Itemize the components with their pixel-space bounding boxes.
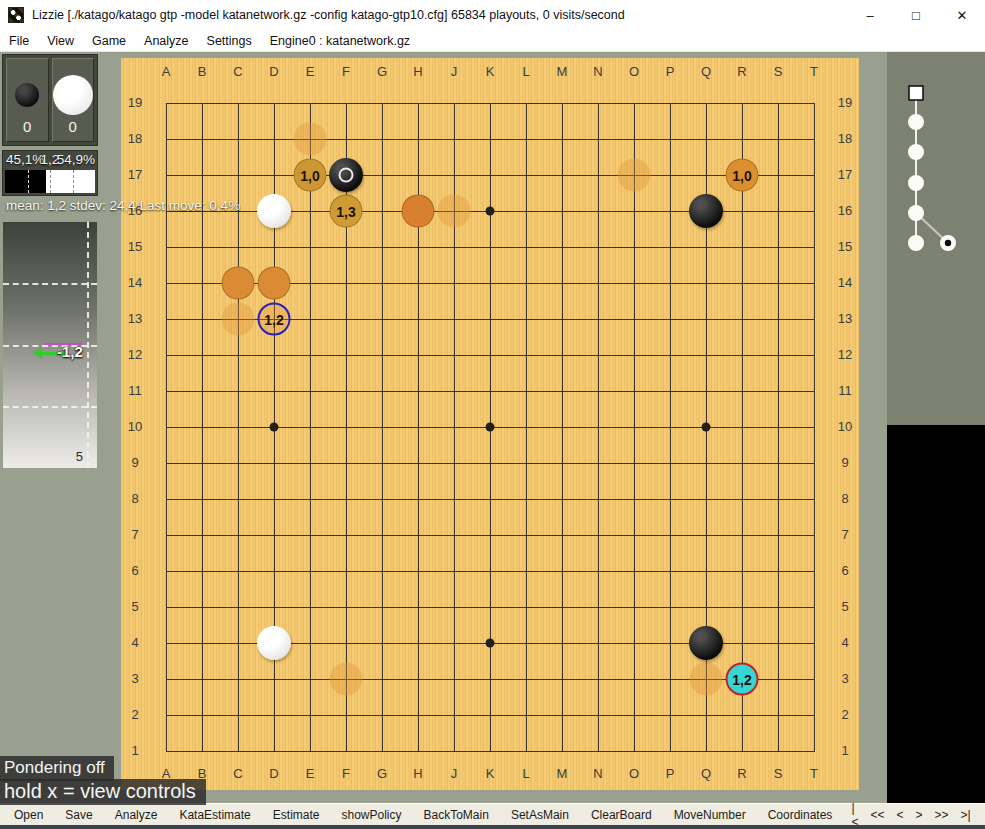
variation-tree-panel[interactable] [887, 52, 985, 425]
menu-engine0[interactable]: Engine0 : katanetwork.gz [261, 30, 419, 52]
coord-label-top: E [296, 64, 324, 80]
coord-label-right: 8 [831, 491, 859, 507]
variation-tree[interactable] [887, 52, 985, 425]
graph-gridline [3, 283, 97, 285]
kataestimate-button[interactable]: KataEstimate [170, 805, 259, 825]
star-point [486, 423, 495, 432]
coord-label-top: N [584, 64, 612, 80]
coord-label-left: 14 [121, 275, 149, 291]
pondering-status: Pondering off [0, 756, 114, 781]
window-title: Lizzie [./katago/katago gtp -model katan… [32, 8, 625, 22]
save-button[interactable]: Save [56, 805, 101, 825]
coord-label-top: B [188, 64, 216, 80]
last-move-marker [339, 168, 354, 183]
coord-label-right: 12 [831, 347, 859, 363]
coord-label-right: 10 [831, 419, 859, 435]
coord-label-top: K [476, 64, 504, 80]
coord-label-left: 11 [121, 383, 149, 399]
coord-label-bottom: L [512, 766, 540, 782]
suggestion-solid[interactable] [222, 267, 255, 300]
graph-x-label: 5 [76, 449, 83, 464]
suggestion-solid[interactable] [402, 195, 435, 228]
coord-label-left: 7 [121, 527, 149, 543]
coord-label-right: 16 [831, 203, 859, 219]
coord-label-bottom: T [800, 766, 828, 782]
nav-last-button[interactable]: >| [954, 805, 976, 825]
coord-label-right: 3 [831, 671, 859, 687]
white-captures: 0 [52, 58, 95, 142]
coord-label-bottom: C [224, 766, 252, 782]
coord-label-right: 19 [831, 95, 859, 111]
coord-label-right: 4 [831, 635, 859, 651]
coord-label-bottom: J [440, 766, 468, 782]
suggestion-faint[interactable] [222, 303, 255, 336]
nav-forward10-button[interactable]: >> [928, 805, 954, 825]
winrate-bar-black [5, 170, 46, 193]
coord-label-top: F [332, 64, 360, 80]
coord-label-bottom: O [620, 766, 648, 782]
coord-label-left: 10 [121, 419, 149, 435]
tree-current-node-dot [945, 240, 951, 246]
menu-view[interactable]: View [38, 30, 83, 52]
coordinates-button[interactable]: Coordinates [759, 805, 842, 825]
black-stone[interactable] [689, 194, 723, 228]
black-stone[interactable] [689, 626, 723, 660]
coord-label-left: 3 [121, 671, 149, 687]
coord-label-top: T [800, 64, 828, 80]
coord-label-top: L [512, 64, 540, 80]
coord-label-bottom: F [332, 766, 360, 782]
suggestion-faint[interactable] [690, 663, 723, 696]
main-area: 0 0 45,1% 1,2 54,9% mean: 1,2 stdev: 24,… [0, 52, 985, 803]
coord-label-bottom: H [404, 766, 432, 782]
tree-move-node[interactable] [908, 144, 924, 160]
menu-analyze[interactable]: Analyze [135, 30, 197, 52]
coord-label-top: D [260, 64, 288, 80]
app-icon [8, 7, 24, 23]
coord-label-left: 17 [121, 167, 149, 183]
backtomain-button[interactable]: BackToMain [415, 805, 498, 825]
coord-label-right: 13 [831, 311, 859, 327]
coord-label-right: 2 [831, 707, 859, 723]
tree-root-node[interactable] [909, 86, 923, 100]
black-captures: 0 [6, 58, 49, 142]
suggestion-solid[interactable]: 1,3 [330, 195, 363, 228]
graph-score-label: -1,2 [57, 343, 83, 360]
coord-label-top: M [548, 64, 576, 80]
coord-label-left: 4 [121, 635, 149, 651]
minimize-icon[interactable]: – [847, 0, 893, 30]
clearboard-button[interactable]: ClearBoard [582, 805, 661, 825]
analyze-button[interactable]: Analyze [106, 805, 167, 825]
black-capture-count: 0 [7, 118, 48, 135]
tree-move-node[interactable] [908, 114, 924, 130]
menu-file[interactable]: File [0, 30, 38, 52]
winrate-graph[interactable]: -1,2 5 [3, 222, 97, 468]
coord-label-right: 1 [831, 743, 859, 759]
suggestion-faint[interactable] [618, 159, 651, 192]
nav-back-button[interactable]: < [890, 805, 909, 825]
graph-gridline [3, 406, 97, 408]
suggestion-label: 1,0 [300, 167, 319, 183]
nav-forward-button[interactable]: > [909, 805, 928, 825]
suggestion-best[interactable]: 1,2 [726, 663, 759, 696]
setasmain-button[interactable]: SetAsMain [502, 805, 578, 825]
star-point [486, 207, 495, 216]
nav-first-button[interactable]: |< [845, 805, 864, 825]
go-board[interactable]: AABBCCDDEEFFGGHHJJKKLLMMNNOOPPQQRRSSTT19… [121, 58, 859, 790]
suggestion-label: 1,2 [732, 671, 751, 687]
coord-label-right: 14 [831, 275, 859, 291]
suggestion-label: 1,0 [732, 167, 751, 183]
close-icon[interactable]: ✕ [939, 0, 985, 30]
graph-score-marker: -1,2 [49, 343, 95, 363]
suggestion-solid[interactable]: 1,0 [294, 159, 327, 192]
winrate-panel: 45,1% 1,2 54,9% [2, 150, 98, 196]
coord-label-bottom: S [764, 766, 792, 782]
star-point [270, 423, 279, 432]
winrate-tick [73, 170, 74, 193]
coord-label-left: 8 [121, 491, 149, 507]
star-point [486, 639, 495, 648]
coord-label-top: Q [692, 64, 720, 80]
coord-label-top: C [224, 64, 252, 80]
estimate-button[interactable]: Estimate [264, 805, 329, 825]
menu-settings[interactable]: Settings [198, 30, 261, 52]
coord-label-bottom: K [476, 766, 504, 782]
coord-label-bottom: P [656, 766, 684, 782]
coord-label-right: 9 [831, 455, 859, 471]
suggestion-ring[interactable]: 1,2 [258, 303, 291, 336]
coord-label-left: 13 [121, 311, 149, 327]
white-capture-count: 0 [53, 118, 94, 135]
coord-label-bottom: G [368, 766, 396, 782]
coord-label-left: 6 [121, 563, 149, 579]
coord-label-left: 5 [121, 599, 149, 615]
black-stone-icon [15, 83, 39, 107]
suggestion-faint[interactable] [438, 195, 471, 228]
suggestion-label: 1,2 [264, 311, 283, 327]
coord-label-bottom: N [584, 766, 612, 782]
movenumber-button[interactable]: MoveNumber [665, 805, 755, 825]
open-button[interactable]: Open [5, 805, 52, 825]
nav-back10-button[interactable]: << [864, 805, 890, 825]
white-stone[interactable] [257, 194, 291, 228]
coord-label-left: 19 [121, 95, 149, 111]
suggestion-label: 1,3 [336, 203, 355, 219]
captures-panel: 0 0 [2, 54, 98, 146]
coord-label-top: S [764, 64, 792, 80]
menu-game[interactable]: Game [83, 30, 135, 52]
coord-label-left: 12 [121, 347, 149, 363]
tree-move-node[interactable] [908, 235, 924, 251]
coord-label-top: A [152, 64, 180, 80]
coord-label-left: 1 [121, 743, 149, 759]
coord-label-bottom: Q [692, 766, 720, 782]
controls-hint: hold x = view controls [0, 779, 206, 805]
white-stone[interactable] [257, 626, 291, 660]
window-bottom-edge [0, 825, 985, 829]
suggestion-faint[interactable] [330, 663, 363, 696]
comment-panel [887, 425, 985, 803]
coord-label-top: P [656, 64, 684, 80]
winrate-text: 45,1% 1,2 54,9% [3, 151, 97, 169]
winrate-bar [5, 170, 95, 193]
lizzie-window: Lizzie [./katago/katago gtp -model katan… [0, 0, 985, 829]
suggestion-solid[interactable] [258, 267, 291, 300]
coord-label-right: 6 [831, 563, 859, 579]
black-stone[interactable] [329, 158, 363, 192]
coord-label-left: 9 [121, 455, 149, 471]
coord-label-left: 18 [121, 131, 149, 147]
coord-label-right: 15 [831, 239, 859, 255]
maximize-icon[interactable]: □ [893, 0, 939, 30]
coord-label-right: 7 [831, 527, 859, 543]
window-controls: – □ ✕ [847, 0, 985, 30]
coord-label-right: 17 [831, 167, 859, 183]
tree-move-node[interactable] [908, 175, 924, 191]
title-bar: Lizzie [./katago/katago gtp -model katan… [0, 0, 985, 30]
coord-label-right: 5 [831, 599, 859, 615]
coord-label-right: 11 [831, 383, 859, 399]
coord-label-top: G [368, 64, 396, 80]
coord-label-bottom: R [728, 766, 756, 782]
coord-label-bottom: D [260, 766, 288, 782]
suggestion-solid[interactable]: 1,0 [726, 159, 759, 192]
tree-move-node[interactable] [908, 205, 924, 221]
coord-label-top: R [728, 64, 756, 80]
winrate-tick [28, 170, 29, 193]
coord-label-left: 15 [121, 239, 149, 255]
suggestion-faint[interactable] [294, 123, 327, 156]
bottom-toolbar: OpenSaveAnalyzeKataEstimateEstimateshowP… [0, 803, 985, 825]
black-winrate: 45,1% [6, 152, 44, 167]
menu-bar: FileViewGameAnalyzeSettingsEngine0 : kat… [0, 30, 985, 52]
star-point [702, 423, 711, 432]
winrate-tick [50, 170, 51, 193]
coord-label-top: O [620, 64, 648, 80]
coord-label-top: H [404, 64, 432, 80]
score-stats-line: mean: 1,2 stdev: 24,4 Last move: 0,4% [6, 198, 240, 213]
coord-label-left: 2 [121, 707, 149, 723]
showpolicy-button[interactable]: showPolicy [332, 805, 410, 825]
coord-label-bottom: M [548, 766, 576, 782]
coord-label-bottom: E [296, 766, 324, 782]
white-winrate: 54,9% [57, 152, 95, 167]
white-stone-icon [53, 75, 93, 115]
coord-label-top: J [440, 64, 468, 80]
coord-label-right: 18 [831, 131, 859, 147]
